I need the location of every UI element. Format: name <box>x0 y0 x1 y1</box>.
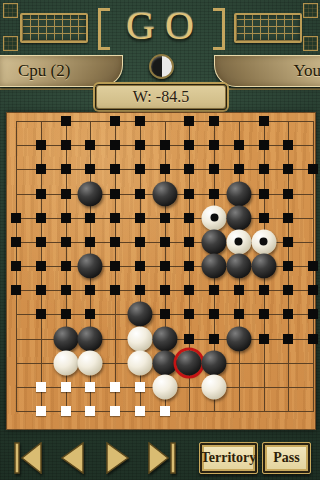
black-territory-marker <box>61 140 71 150</box>
black-stone[interactable] <box>127 302 152 327</box>
black-territory-marker <box>259 164 269 174</box>
black-territory-marker <box>135 164 145 174</box>
black-territory-marker <box>283 334 293 344</box>
black-territory-marker <box>308 334 318 344</box>
black-territory-marker <box>36 189 46 199</box>
black-territory-marker <box>85 309 95 319</box>
black-territory-marker <box>11 261 21 271</box>
go-board[interactable] <box>6 112 316 430</box>
black-territory-marker <box>135 285 145 295</box>
black-territory-marker <box>85 237 95 247</box>
black-territory-marker <box>259 189 269 199</box>
black-territory-marker <box>308 309 318 319</box>
black-territory-marker <box>283 237 293 247</box>
go-to-end-button[interactable] <box>142 440 182 476</box>
last-move-black-stone[interactable] <box>177 350 202 375</box>
black-territory-marker <box>110 189 120 199</box>
black-territory-marker <box>259 285 269 295</box>
black-stone[interactable] <box>226 181 251 206</box>
black-territory-marker <box>209 164 219 174</box>
black-territory-marker <box>184 116 194 126</box>
black-territory-marker <box>36 164 46 174</box>
black-territory-marker <box>135 237 145 247</box>
black-stone[interactable] <box>226 205 251 230</box>
black-territory-marker <box>160 285 170 295</box>
white-territory-marker <box>110 382 120 392</box>
white-stone[interactable] <box>202 374 227 399</box>
white-territory-marker <box>61 406 71 416</box>
black-territory-marker <box>110 164 120 174</box>
black-territory-marker <box>36 309 46 319</box>
black-territory-marker <box>259 334 269 344</box>
black-territory-marker <box>283 261 293 271</box>
black-territory-marker <box>61 285 71 295</box>
step-back-button[interactable] <box>52 440 92 476</box>
black-territory-marker <box>209 140 219 150</box>
app-screen: GO Cpu (2) You W: -84.5 <box>0 0 320 480</box>
black-territory-marker <box>61 116 71 126</box>
black-stone[interactable] <box>202 350 227 375</box>
black-territory-marker <box>11 237 21 247</box>
black-territory-marker <box>209 189 219 199</box>
black-territory-marker <box>85 164 95 174</box>
black-territory-marker <box>259 213 269 223</box>
black-territory-marker <box>36 140 46 150</box>
toolbar: Territory Pass <box>0 428 320 480</box>
player-right-plaque: You <box>214 55 320 87</box>
dead-stone-dot <box>260 238 268 246</box>
black-territory-marker <box>160 140 170 150</box>
white-territory-marker <box>85 382 95 392</box>
player-left-name: Cpu (2) <box>18 61 70 81</box>
black-territory-marker <box>11 213 21 223</box>
black-territory-marker <box>110 140 120 150</box>
black-territory-marker <box>209 309 219 319</box>
black-territory-marker <box>234 140 244 150</box>
black-territory-marker <box>135 213 145 223</box>
black-territory-marker <box>160 213 170 223</box>
white-territory-marker <box>36 406 46 416</box>
header: GO <box>0 0 320 52</box>
black-territory-marker <box>36 237 46 247</box>
black-territory-marker <box>308 285 318 295</box>
black-territory-marker <box>283 309 293 319</box>
black-stone[interactable] <box>152 181 177 206</box>
black-territory-marker <box>184 140 194 150</box>
player-left-plaque: Cpu (2) <box>0 55 123 87</box>
black-territory-marker <box>160 237 170 247</box>
dead-stone-dot <box>235 238 243 246</box>
black-territory-marker <box>85 140 95 150</box>
white-territory-marker <box>36 382 46 392</box>
white-territory-marker <box>160 406 170 416</box>
black-territory-marker <box>36 213 46 223</box>
player-right-name: You <box>293 61 320 81</box>
black-territory-marker <box>160 309 170 319</box>
black-territory-marker <box>160 261 170 271</box>
score-plaque: W: -84.5 <box>95 84 227 110</box>
black-territory-marker <box>135 116 145 126</box>
white-stone[interactable] <box>78 350 103 375</box>
dead-stone-dot <box>210 214 218 222</box>
black-territory-marker <box>184 164 194 174</box>
white-stone[interactable] <box>53 350 78 375</box>
white-territory-marker <box>135 382 145 392</box>
black-territory-marker <box>11 285 21 295</box>
black-territory-marker <box>259 309 269 319</box>
pass-button-label: Pass <box>273 450 299 466</box>
black-stone[interactable] <box>251 254 276 279</box>
black-territory-marker <box>184 309 194 319</box>
black-territory-marker <box>110 261 120 271</box>
white-stone[interactable] <box>127 326 152 351</box>
white-territory-marker <box>61 382 71 392</box>
black-territory-marker <box>184 334 194 344</box>
black-territory-marker <box>209 334 219 344</box>
white-stone[interactable] <box>152 374 177 399</box>
black-stone[interactable] <box>78 181 103 206</box>
black-territory-marker <box>110 116 120 126</box>
black-territory-marker <box>283 189 293 199</box>
go-to-start-button[interactable] <box>8 440 48 476</box>
black-territory-marker <box>259 140 269 150</box>
white-stone[interactable] <box>127 350 152 375</box>
black-territory-marker <box>61 309 71 319</box>
black-territory-marker <box>234 309 244 319</box>
black-stone[interactable] <box>152 350 177 375</box>
pass-button[interactable]: Pass <box>262 442 311 474</box>
black-territory-marker <box>135 261 145 271</box>
turn-indicator-icon <box>149 54 174 79</box>
black-territory-marker <box>184 261 194 271</box>
black-territory-marker <box>61 189 71 199</box>
dead-white-stone[interactable] <box>226 229 251 254</box>
step-forward-button[interactable] <box>98 440 138 476</box>
black-stone[interactable] <box>78 254 103 279</box>
black-territory-marker <box>283 213 293 223</box>
black-territory-marker <box>36 285 46 295</box>
black-stone[interactable] <box>152 326 177 351</box>
black-stone[interactable] <box>78 326 103 351</box>
go-to-end-icon <box>147 442 177 474</box>
black-territory-marker <box>184 189 194 199</box>
app-title: GO <box>0 2 320 50</box>
black-territory-marker <box>36 261 46 271</box>
black-stone[interactable] <box>202 254 227 279</box>
black-territory-marker <box>135 189 145 199</box>
score-text: W: -84.5 <box>133 88 189 106</box>
black-territory-marker <box>184 213 194 223</box>
white-territory-marker <box>135 406 145 416</box>
black-territory-marker <box>61 261 71 271</box>
black-territory-marker <box>308 261 318 271</box>
black-territory-marker <box>110 237 120 247</box>
black-stone[interactable] <box>226 326 251 351</box>
black-stone[interactable] <box>53 326 78 351</box>
white-territory-marker <box>110 406 120 416</box>
black-territory-marker <box>135 140 145 150</box>
black-territory-marker <box>283 285 293 295</box>
black-stone[interactable] <box>202 229 227 254</box>
black-territory-marker <box>61 213 71 223</box>
black-territory-marker <box>110 285 120 295</box>
dead-white-stone[interactable] <box>202 205 227 230</box>
black-territory-marker <box>61 237 71 247</box>
black-territory-marker <box>234 164 244 174</box>
black-territory-marker <box>209 285 219 295</box>
black-territory-marker <box>184 237 194 247</box>
step-forward-icon <box>105 442 131 474</box>
black-territory-marker <box>85 285 95 295</box>
black-territory-marker <box>184 285 194 295</box>
territory-button-label: Territory <box>201 450 256 466</box>
black-territory-marker <box>110 213 120 223</box>
black-territory-marker <box>283 164 293 174</box>
black-territory-marker <box>283 140 293 150</box>
black-territory-marker <box>61 164 71 174</box>
go-to-start-icon <box>13 442 43 474</box>
territory-button[interactable]: Territory <box>199 442 258 474</box>
white-territory-marker <box>85 406 95 416</box>
step-back-icon <box>59 442 85 474</box>
black-territory-marker <box>160 164 170 174</box>
black-territory-marker <box>308 164 318 174</box>
black-territory-marker <box>209 116 219 126</box>
black-territory-marker <box>259 116 269 126</box>
black-territory-marker <box>234 285 244 295</box>
black-territory-marker <box>85 213 95 223</box>
dead-white-stone[interactable] <box>251 229 276 254</box>
black-stone[interactable] <box>226 254 251 279</box>
